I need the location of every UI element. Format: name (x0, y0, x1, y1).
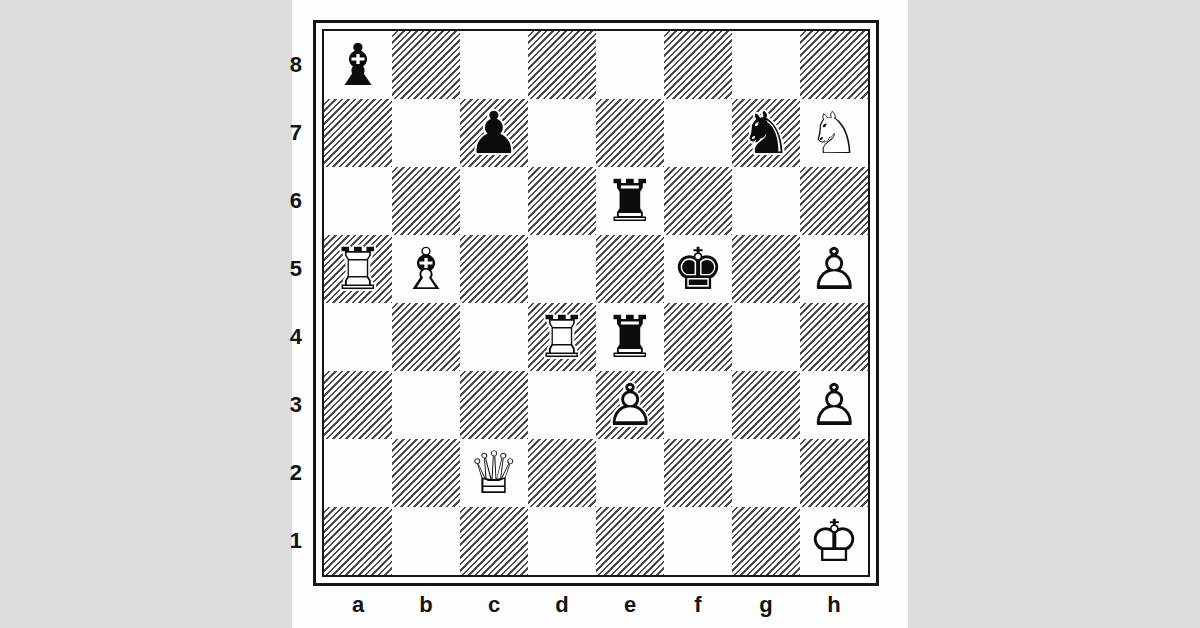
square-f3[interactable] (664, 371, 732, 439)
board-frame-inner: ♝♝♟♟♞♞♞♘♜♜♜♖♝♗♚♚♟♙♜♖♜♜♟♙♟♙♛♕♚♔ (322, 29, 870, 577)
black-bishop-body: ♝ (324, 31, 392, 99)
square-g8[interactable] (732, 31, 800, 99)
square-h4[interactable] (800, 303, 868, 371)
rank-labels: 87654321 (272, 31, 302, 575)
rank-label-8: 8 (272, 31, 302, 99)
square-e3[interactable]: ♟♙ (596, 371, 664, 439)
square-d6[interactable] (528, 167, 596, 235)
square-f1[interactable] (664, 507, 732, 575)
rank-label-2: 2 (272, 439, 302, 507)
black-rook: ♜ (596, 167, 664, 235)
file-label-a: a (324, 590, 392, 620)
square-c3[interactable] (460, 371, 528, 439)
square-e2[interactable] (596, 439, 664, 507)
square-b5[interactable]: ♝♗ (392, 235, 460, 303)
square-g6[interactable] (732, 167, 800, 235)
square-f8[interactable] (664, 31, 732, 99)
square-a3[interactable] (324, 371, 392, 439)
white-rook-body: ♜ (324, 235, 392, 303)
black-king-body: ♚ (664, 235, 732, 303)
square-a2[interactable] (324, 439, 392, 507)
square-c5[interactable] (460, 235, 528, 303)
white-rook: ♖ (324, 235, 392, 303)
white-rook: ♖ (528, 303, 596, 371)
white-queen: ♕ (460, 439, 528, 507)
file-label-g: g (732, 590, 800, 620)
white-bishop-body: ♝ (392, 235, 460, 303)
white-pawn: ♙ (596, 371, 664, 439)
square-e8[interactable] (596, 31, 664, 99)
black-knight: ♞ (732, 99, 800, 167)
square-c6[interactable] (460, 167, 528, 235)
square-b6[interactable] (392, 167, 460, 235)
square-b7[interactable] (392, 99, 460, 167)
rank-label-3: 3 (272, 371, 302, 439)
square-h5[interactable]: ♟♙ (800, 235, 868, 303)
square-e7[interactable] (596, 99, 664, 167)
square-b2[interactable] (392, 439, 460, 507)
file-label-c: c (460, 590, 528, 620)
square-a5[interactable]: ♜♖ (324, 235, 392, 303)
file-label-b: b (392, 590, 460, 620)
square-b1[interactable] (392, 507, 460, 575)
square-e5[interactable] (596, 235, 664, 303)
square-d8[interactable] (528, 31, 596, 99)
white-rook-body: ♜ (528, 303, 596, 371)
black-pawn: ♟ (460, 99, 528, 167)
square-g5[interactable] (732, 235, 800, 303)
white-knight-body: ♞ (800, 99, 868, 167)
square-f4[interactable] (664, 303, 732, 371)
square-h2[interactable] (800, 439, 868, 507)
rank-label-4: 4 (272, 303, 302, 371)
square-b4[interactable] (392, 303, 460, 371)
square-c8[interactable] (460, 31, 528, 99)
square-d7[interactable] (528, 99, 596, 167)
file-label-f: f (664, 590, 732, 620)
square-h7[interactable]: ♞♘ (800, 99, 868, 167)
square-c7[interactable]: ♟♟ (460, 99, 528, 167)
square-e1[interactable] (596, 507, 664, 575)
square-a8[interactable]: ♝♝ (324, 31, 392, 99)
square-e6[interactable]: ♜♜ (596, 167, 664, 235)
square-f2[interactable] (664, 439, 732, 507)
white-king-body: ♚ (800, 507, 868, 575)
rank-label-6: 6 (272, 167, 302, 235)
white-pawn-body: ♟ (800, 235, 868, 303)
file-labels: abcdefgh (324, 590, 868, 620)
rank-label-1: 1 (272, 507, 302, 575)
square-f7[interactable] (664, 99, 732, 167)
square-e4[interactable]: ♜♜ (596, 303, 664, 371)
square-c4[interactable] (460, 303, 528, 371)
square-d4[interactable]: ♜♖ (528, 303, 596, 371)
file-label-h: h (800, 590, 868, 620)
black-rook-body: ♜ (596, 303, 664, 371)
square-h6[interactable] (800, 167, 868, 235)
square-f5[interactable]: ♚♚ (664, 235, 732, 303)
square-g4[interactable] (732, 303, 800, 371)
square-h8[interactable] (800, 31, 868, 99)
square-h3[interactable]: ♟♙ (800, 371, 868, 439)
square-a1[interactable] (324, 507, 392, 575)
white-knight: ♘ (800, 99, 868, 167)
white-pawn: ♙ (800, 235, 868, 303)
square-d3[interactable] (528, 371, 596, 439)
square-b8[interactable] (392, 31, 460, 99)
white-bishop: ♗ (392, 235, 460, 303)
white-queen-body: ♛ (460, 439, 528, 507)
rank-label-5: 5 (272, 235, 302, 303)
square-a7[interactable] (324, 99, 392, 167)
file-label-d: d (528, 590, 596, 620)
square-c2[interactable]: ♛♕ (460, 439, 528, 507)
white-king: ♔ (800, 507, 868, 575)
black-bishop: ♝ (324, 31, 392, 99)
black-knight-body: ♞ (732, 99, 800, 167)
board-grid: ♝♝♟♟♞♞♞♘♜♜♜♖♝♗♚♚♟♙♜♖♜♜♟♙♟♙♛♕♚♔ (324, 31, 868, 575)
square-d1[interactable] (528, 507, 596, 575)
square-a4[interactable] (324, 303, 392, 371)
black-rook: ♜ (596, 303, 664, 371)
board-frame: ♝♝♟♟♞♞♞♘♜♜♜♖♝♗♚♚♟♙♜♖♜♜♟♙♟♙♛♕♚♔ (313, 20, 879, 586)
white-pawn-body: ♟ (800, 371, 868, 439)
square-b3[interactable] (392, 371, 460, 439)
square-g2[interactable] (732, 439, 800, 507)
white-pawn-body: ♟ (596, 371, 664, 439)
black-pawn-body: ♟ (460, 99, 528, 167)
rank-label-7: 7 (272, 99, 302, 167)
black-rook-body: ♜ (596, 167, 664, 235)
file-label-e: e (596, 590, 664, 620)
black-king: ♚ (664, 235, 732, 303)
square-f6[interactable] (664, 167, 732, 235)
square-g3[interactable] (732, 371, 800, 439)
square-c1[interactable] (460, 507, 528, 575)
square-d2[interactable] (528, 439, 596, 507)
white-pawn: ♙ (800, 371, 868, 439)
square-d5[interactable] (528, 235, 596, 303)
square-h1[interactable]: ♚♔ (800, 507, 868, 575)
square-g7[interactable]: ♞♞ (732, 99, 800, 167)
square-a6[interactable] (324, 167, 392, 235)
square-g1[interactable] (732, 507, 800, 575)
